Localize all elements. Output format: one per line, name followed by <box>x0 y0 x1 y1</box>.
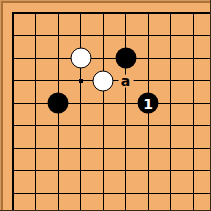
go-board[interactable]: a1 <box>3 3 210 210</box>
grid-line-horizontal <box>12 35 210 36</box>
stone-number: 1 <box>143 96 153 110</box>
grid-line-vertical <box>35 12 36 210</box>
grid-line-horizontal <box>12 58 210 59</box>
board-edge-line-horizontal <box>12 12 210 14</box>
grid-line-vertical <box>125 12 126 210</box>
grid-line-horizontal <box>12 170 210 171</box>
grid-line-horizontal <box>12 103 210 104</box>
grid-line-vertical <box>80 12 81 210</box>
frame-highlight-left <box>0 0 1 210</box>
grid-line-vertical <box>193 12 194 210</box>
grid-line-horizontal <box>12 125 210 126</box>
frame-highlight-top <box>0 0 210 1</box>
hoshi-marker <box>79 79 83 83</box>
point-label-a: a <box>118 74 133 87</box>
black-stone <box>115 48 136 69</box>
white-stone <box>93 70 114 91</box>
black-stone <box>48 93 69 114</box>
board-edge-line-vertical <box>12 12 14 210</box>
go-diagram: a1 <box>0 0 211 211</box>
grid-line-horizontal <box>12 193 210 194</box>
grid-line-horizontal <box>12 148 210 149</box>
grid-line-vertical <box>103 12 104 210</box>
white-stone <box>70 48 91 69</box>
grid-line-vertical <box>170 12 171 210</box>
black-stone-numbered: 1 <box>138 93 159 114</box>
